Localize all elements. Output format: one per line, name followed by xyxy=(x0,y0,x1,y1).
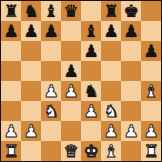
black-pawn[interactable]: ♟ xyxy=(103,21,118,41)
square-g1[interactable] xyxy=(121,141,141,161)
square-a5[interactable] xyxy=(1,61,21,81)
white-pawn[interactable]: ♟ xyxy=(83,101,98,121)
square-g3[interactable] xyxy=(121,101,141,121)
black-rook[interactable]: ♜ xyxy=(103,1,118,21)
white-pawn[interactable]: ♟ xyxy=(103,121,118,141)
square-c7[interactable]: ♟ xyxy=(41,21,61,41)
black-king[interactable]: ♚ xyxy=(123,1,138,21)
square-h8[interactable] xyxy=(141,1,161,21)
square-c8[interactable]: ♝ xyxy=(41,1,61,21)
square-a4[interactable] xyxy=(1,81,21,101)
square-g4[interactable] xyxy=(121,81,141,101)
square-g6[interactable] xyxy=(121,41,141,61)
white-pawn[interactable]: ♟ xyxy=(123,121,138,141)
square-d6[interactable] xyxy=(61,41,81,61)
black-pawn[interactable]: ♟ xyxy=(83,41,98,61)
square-h4[interactable]: ♝ xyxy=(141,81,161,101)
square-d2[interactable] xyxy=(61,121,81,141)
square-h3[interactable] xyxy=(141,101,161,121)
square-e8[interactable] xyxy=(81,1,101,21)
square-a7[interactable]: ♟ xyxy=(1,21,21,41)
white-king[interactable]: ♚ xyxy=(83,141,98,161)
black-pawn[interactable]: ♟ xyxy=(43,21,58,41)
square-b8[interactable]: ♞ xyxy=(21,1,41,21)
square-d3[interactable] xyxy=(61,101,81,121)
square-c5[interactable] xyxy=(41,61,61,81)
square-e5[interactable] xyxy=(81,61,101,81)
black-queen[interactable]: ♛ xyxy=(63,1,78,21)
square-f1[interactable]: ♝ xyxy=(101,141,121,161)
black-knight[interactable]: ♞ xyxy=(23,1,38,21)
square-d5[interactable]: ♟ xyxy=(61,61,81,81)
black-pawn[interactable]: ♟ xyxy=(63,61,78,81)
square-b6[interactable] xyxy=(21,41,41,61)
square-g7[interactable]: ♟ xyxy=(121,21,141,41)
square-g5[interactable] xyxy=(121,61,141,81)
square-a3[interactable] xyxy=(1,101,21,121)
black-pawn[interactable]: ♟ xyxy=(3,21,18,41)
white-pawn[interactable]: ♟ xyxy=(43,81,58,101)
black-pawn[interactable]: ♟ xyxy=(123,21,138,41)
black-bishop[interactable]: ♝ xyxy=(83,21,98,41)
black-pawn[interactable]: ♟ xyxy=(143,41,158,61)
square-d7[interactable] xyxy=(61,21,81,41)
white-queen[interactable]: ♛ xyxy=(63,141,78,161)
square-a1[interactable]: ♜ xyxy=(1,141,21,161)
square-b5[interactable] xyxy=(21,61,41,81)
square-h7[interactable] xyxy=(141,21,161,41)
square-g2[interactable]: ♟ xyxy=(121,121,141,141)
black-knight[interactable]: ♞ xyxy=(83,81,98,101)
square-e2[interactable] xyxy=(81,121,101,141)
square-b4[interactable] xyxy=(21,81,41,101)
square-f2[interactable]: ♟ xyxy=(101,121,121,141)
white-pawn[interactable]: ♟ xyxy=(3,121,18,141)
square-d4[interactable]: ♟ xyxy=(61,81,81,101)
square-a8[interactable]: ♜ xyxy=(1,1,21,21)
square-c3[interactable]: ♞ xyxy=(41,101,61,121)
square-c2[interactable] xyxy=(41,121,61,141)
square-h5[interactable] xyxy=(141,61,161,81)
square-c6[interactable] xyxy=(41,41,61,61)
square-e7[interactable]: ♝ xyxy=(81,21,101,41)
white-bishop[interactable]: ♝ xyxy=(143,81,158,101)
black-bishop[interactable]: ♝ xyxy=(43,1,58,21)
square-b2[interactable]: ♟ xyxy=(21,121,41,141)
chess-board-frame: ♜♞♝♛♜♚♟♟♟♝♟♟♟♟♟♟♟♞♝♞♟♞♟♟♟♟♟♜♛♚♝♜ xyxy=(0,0,162,162)
white-knight[interactable]: ♞ xyxy=(103,101,118,121)
white-rook[interactable]: ♜ xyxy=(3,141,18,161)
square-d8[interactable]: ♛ xyxy=(61,1,81,21)
square-h1[interactable]: ♜ xyxy=(141,141,161,161)
black-pawn[interactable]: ♟ xyxy=(23,21,38,41)
square-b7[interactable]: ♟ xyxy=(21,21,41,41)
white-pawn[interactable]: ♟ xyxy=(63,81,78,101)
square-c4[interactable]: ♟ xyxy=(41,81,61,101)
square-d1[interactable]: ♛ xyxy=(61,141,81,161)
square-f7[interactable]: ♟ xyxy=(101,21,121,41)
square-b3[interactable] xyxy=(21,101,41,121)
square-a2[interactable]: ♟ xyxy=(1,121,21,141)
white-bishop[interactable]: ♝ xyxy=(103,141,118,161)
white-pawn[interactable]: ♟ xyxy=(23,121,38,141)
white-rook[interactable]: ♜ xyxy=(143,141,158,161)
square-h6[interactable]: ♟ xyxy=(141,41,161,61)
square-f5[interactable] xyxy=(101,61,121,81)
square-e3[interactable]: ♟ xyxy=(81,101,101,121)
square-f4[interactable] xyxy=(101,81,121,101)
square-f3[interactable]: ♞ xyxy=(101,101,121,121)
black-rook[interactable]: ♜ xyxy=(3,1,18,21)
white-knight[interactable]: ♞ xyxy=(43,101,58,121)
square-c1[interactable] xyxy=(41,141,61,161)
square-g8[interactable]: ♚ xyxy=(121,1,141,21)
square-b1[interactable] xyxy=(21,141,41,161)
square-h2[interactable]: ♟ xyxy=(141,121,161,141)
square-e4[interactable]: ♞ xyxy=(81,81,101,101)
square-a6[interactable] xyxy=(1,41,21,61)
chess-board[interactable]: ♜♞♝♛♜♚♟♟♟♝♟♟♟♟♟♟♟♞♝♞♟♞♟♟♟♟♟♜♛♚♝♜ xyxy=(1,1,161,161)
square-e1[interactable]: ♚ xyxy=(81,141,101,161)
white-pawn[interactable]: ♟ xyxy=(143,121,158,141)
square-f8[interactable]: ♜ xyxy=(101,1,121,21)
square-f6[interactable] xyxy=(101,41,121,61)
square-e6[interactable]: ♟ xyxy=(81,41,101,61)
